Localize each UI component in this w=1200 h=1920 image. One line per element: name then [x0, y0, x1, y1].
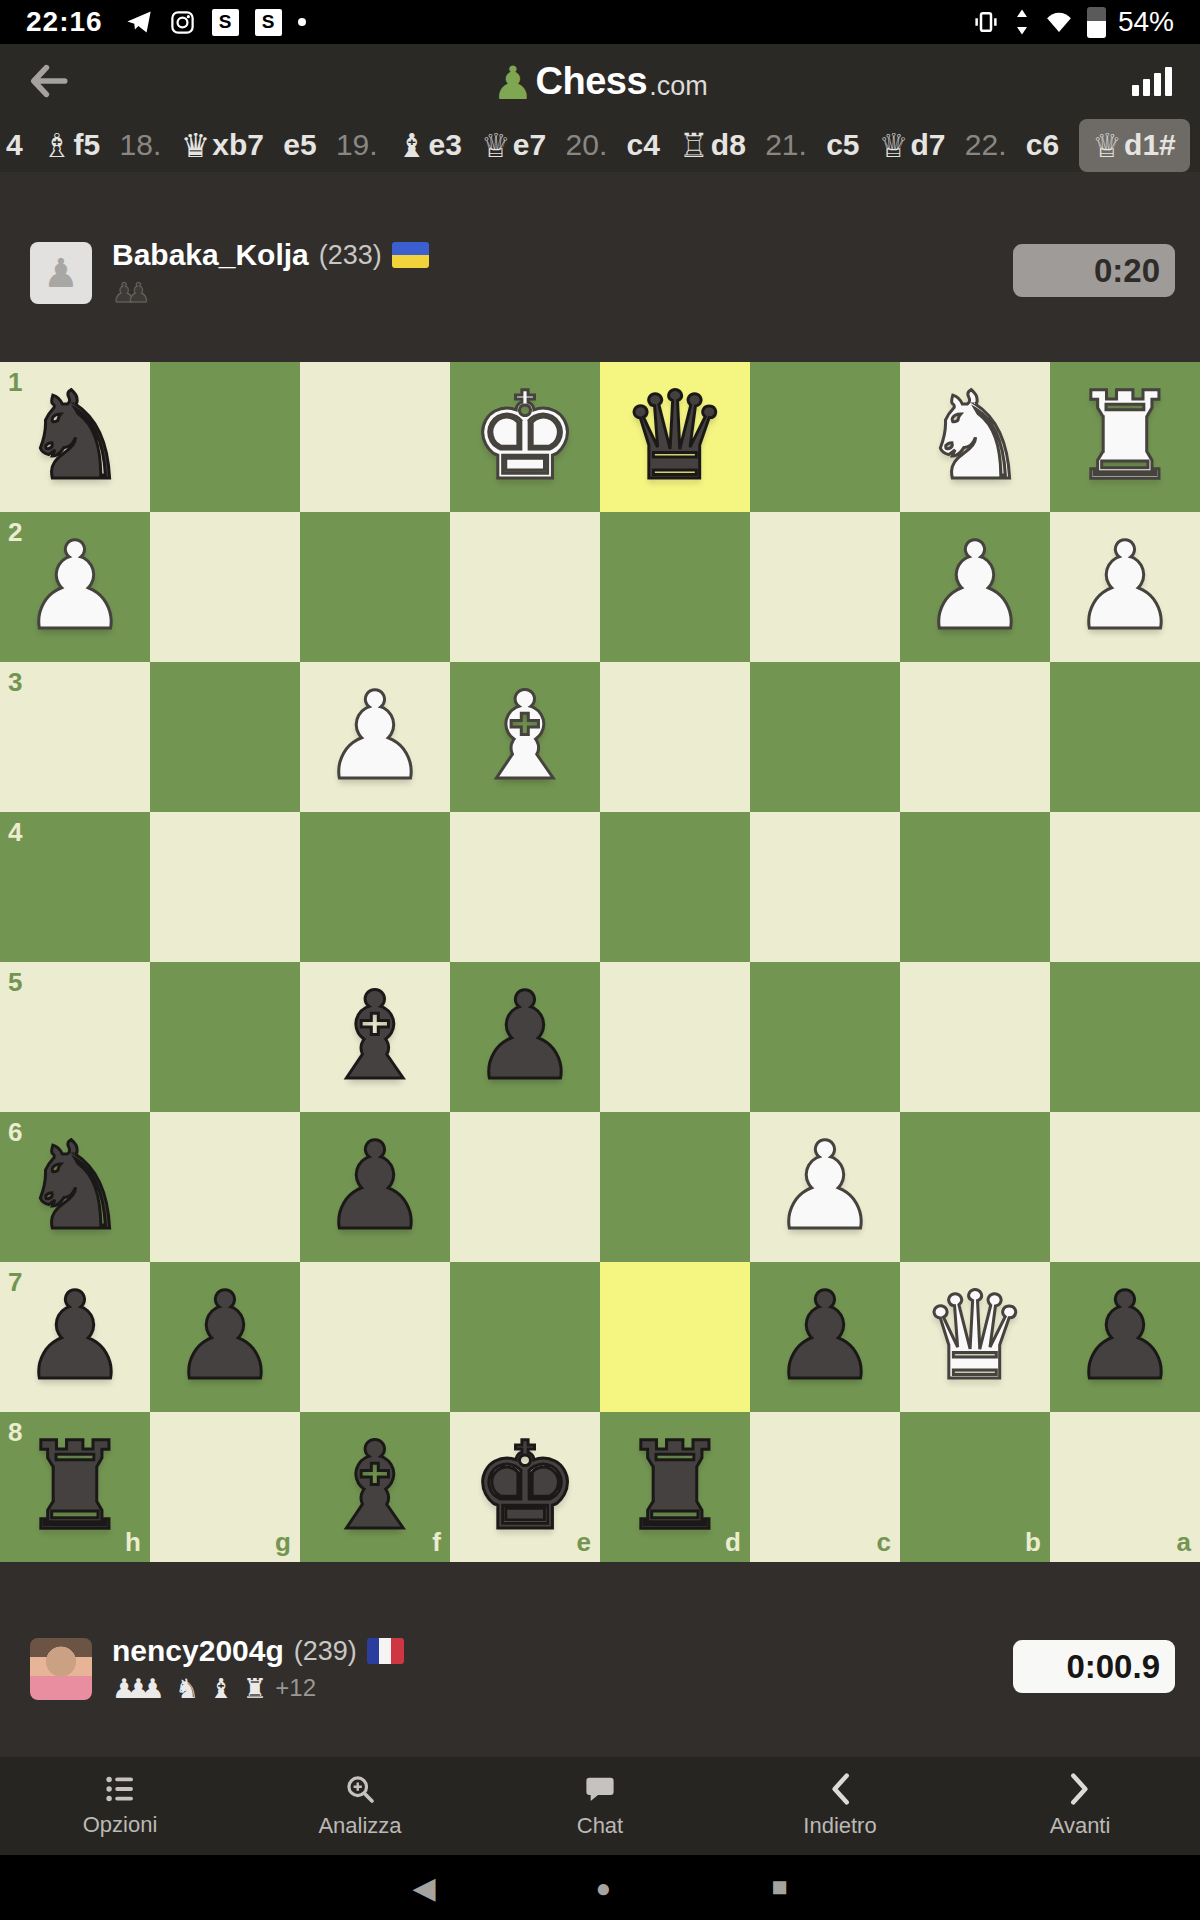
square-c4[interactable] — [750, 812, 900, 962]
square-e8[interactable]: e♚ — [450, 1412, 600, 1562]
move-number: 18. — [120, 128, 162, 162]
file-label: f — [432, 1527, 441, 1558]
square-e2[interactable] — [450, 512, 600, 662]
white-knight-b1: ♞ — [921, 362, 1029, 512]
square-g5[interactable] — [150, 962, 300, 1112]
square-f5[interactable]: ♝ — [300, 962, 450, 1112]
black-pawn-h7: ♟ — [21, 1262, 129, 1412]
player-rating: (239) — [294, 1636, 357, 1667]
move[interactable]: 4 — [6, 128, 23, 162]
square-e7[interactable] — [450, 1262, 600, 1412]
white-pawn-f3: ♟ — [321, 662, 429, 812]
square-g7[interactable]: ♟ — [150, 1262, 300, 1412]
move[interactable]: ♗f5 — [42, 126, 100, 165]
black-pawn-c7: ♟ — [771, 1262, 879, 1412]
captured-pawn-icon: ♟ — [140, 1673, 164, 1704]
captured-piece-icon: ♞ — [175, 1673, 199, 1704]
square-e3[interactable]: ♝ — [450, 662, 600, 812]
white-pawn-a2: ♟ — [1071, 512, 1179, 662]
options-list-icon — [103, 1774, 137, 1804]
square-b5[interactable] — [900, 962, 1050, 1112]
black-pawn-g7: ♟ — [171, 1262, 279, 1412]
move[interactable]: ♛xb7 — [181, 126, 264, 165]
file-label: b — [1025, 1527, 1041, 1558]
france-flag-icon — [367, 1638, 404, 1664]
android-recents-icon[interactable]: ■ — [771, 1874, 787, 1901]
rank-label: 6 — [8, 1117, 22, 1148]
square-h1[interactable]: 1♞ — [0, 362, 150, 512]
android-back-icon[interactable]: ◀ — [412, 1873, 435, 1903]
nav-options[interactable]: Opzioni — [0, 1757, 240, 1855]
file-label: d — [725, 1527, 741, 1558]
black-knight-h6: ♞ — [21, 1112, 129, 1262]
captured-pieces-bottom: ♟♟♟♞♝♜+12 — [112, 1673, 404, 1703]
default-avatar-pawn-icon: ♟ — [43, 250, 79, 296]
android-home-icon[interactable]: ● — [596, 1875, 612, 1901]
square-h7[interactable]: 7♟ — [0, 1262, 150, 1412]
nav-back-move[interactable]: Indietro — [720, 1757, 960, 1855]
move-number: 22. — [965, 128, 1007, 162]
android-nav-bar: ◀ ● ■ — [0, 1855, 1200, 1920]
file-label: h — [125, 1527, 141, 1558]
app-header: ♟ Chess .com — [0, 44, 1200, 118]
move[interactable]: ♕d7 — [879, 126, 946, 165]
telegram-icon — [125, 8, 153, 36]
white-pawn-b2: ♟ — [921, 512, 1029, 662]
ukraine-flag-icon — [392, 242, 429, 268]
square-d1[interactable]: ♛ — [600, 362, 750, 512]
player-top[interactable]: ♟ Babaka_Kolja (233) ♟♟ 0:20 — [0, 236, 1200, 328]
move[interactable]: ♝e3 — [397, 126, 462, 165]
square-a3[interactable] — [1050, 662, 1200, 812]
clock-bottom: 0:00.9 — [1013, 1640, 1175, 1693]
square-b4[interactable] — [900, 812, 1050, 962]
rank-label: 5 — [8, 967, 22, 998]
square-b1[interactable]: ♞ — [900, 362, 1050, 512]
square-h2[interactable]: 2♟ — [0, 512, 150, 662]
square-a5[interactable] — [1050, 962, 1200, 1112]
move[interactable]: c6 — [1026, 128, 1059, 162]
chevron-left-icon — [827, 1773, 853, 1805]
square-f3[interactable]: ♟ — [300, 662, 450, 812]
square-c7[interactable]: ♟ — [750, 1262, 900, 1412]
black-pawn-f6: ♟ — [321, 1112, 429, 1262]
square-a2[interactable]: ♟ — [1050, 512, 1200, 662]
square-c6[interactable]: ♟ — [750, 1112, 900, 1262]
square-g8[interactable]: g — [150, 1412, 300, 1562]
square-c1[interactable] — [750, 362, 900, 512]
black-pawn-e5: ♟ — [471, 962, 579, 1112]
vibrate-icon — [971, 7, 1001, 37]
move-selected[interactable]: ♕d1# — [1079, 119, 1190, 172]
white-pawn-h2: ♟ — [21, 512, 129, 662]
black-rook-h8: ♜ — [21, 1412, 129, 1562]
white-queen-b7: ♛ — [921, 1262, 1029, 1412]
black-rook-d8: ♜ — [621, 1412, 729, 1562]
square-f4[interactable] — [300, 812, 450, 962]
battery-icon — [1087, 7, 1106, 38]
square-e6[interactable] — [450, 1112, 600, 1262]
square-f1[interactable] — [300, 362, 450, 512]
square-g2[interactable] — [150, 512, 300, 662]
back-arrow-icon[interactable] — [28, 64, 68, 98]
captured-pawn-icon: ♟ — [126, 277, 150, 308]
square-f7[interactable] — [300, 1262, 450, 1412]
battery-percent: 54% — [1118, 6, 1174, 38]
square-h4[interactable]: 4 — [0, 812, 150, 962]
move-number: 20. — [566, 128, 608, 162]
player-rating: (233) — [319, 240, 382, 271]
material-advantage: +12 — [275, 1674, 316, 1702]
move-number: 21. — [765, 128, 807, 162]
status-bar: 22:16 S S 54% — [0, 0, 1200, 44]
square-h3[interactable]: 3 — [0, 662, 150, 812]
square-b6[interactable] — [900, 1112, 1050, 1262]
black-bishop-f8: ♝ — [321, 1412, 429, 1562]
square-h6[interactable]: 6♞ — [0, 1112, 150, 1262]
white-rook-a1: ♜ — [1071, 362, 1179, 512]
nav-forward-move[interactable]: Avanti — [960, 1757, 1200, 1855]
chess-board: 1♞♚♛♞♜2♟♟♟3♟♝45♝♟6♞♟♟7♟♟♟♛♟8h♜gf♝e♚d♜cba — [0, 362, 1200, 1562]
square-d8[interactable]: d♜ — [600, 1412, 750, 1562]
move[interactable]: ♖d8 — [679, 126, 746, 165]
player-bottom[interactable]: nency2004g (239) ♟♟♟♞♝♜+12 0:00.9 — [0, 1632, 1200, 1724]
black-king-e8: ♚ — [471, 1412, 579, 1562]
square-a1[interactable]: ♜ — [1050, 362, 1200, 512]
square-b8[interactable]: b — [900, 1412, 1050, 1562]
white-king-e1: ♚ — [471, 362, 579, 512]
analyze-magnifier-icon — [343, 1773, 377, 1805]
square-c8[interactable]: c — [750, 1412, 900, 1562]
square-h5[interactable]: 5 — [0, 962, 150, 1112]
move[interactable]: e5 — [283, 128, 316, 162]
file-label: a — [1177, 1527, 1191, 1558]
square-d6[interactable] — [600, 1112, 750, 1262]
square-a8[interactable]: a — [1050, 1412, 1200, 1562]
square-d3[interactable] — [600, 662, 750, 812]
square-g6[interactable] — [150, 1112, 300, 1262]
square-f2[interactable] — [300, 512, 450, 662]
rank-label: 2 — [8, 517, 22, 548]
square-h8[interactable]: 8h♜ — [0, 1412, 150, 1562]
square-b2[interactable]: ♟ — [900, 512, 1050, 662]
square-a4[interactable] — [1050, 812, 1200, 962]
square-d7[interactable] — [600, 1262, 750, 1412]
square-d2[interactable] — [600, 512, 750, 662]
square-b3[interactable] — [900, 662, 1050, 812]
rank-label: 8 — [8, 1417, 22, 1448]
square-b7[interactable]: ♛ — [900, 1262, 1050, 1412]
square-c2[interactable] — [750, 512, 900, 662]
square-c3[interactable] — [750, 662, 900, 812]
player-name[interactable]: Babaka_Kolja — [112, 238, 309, 272]
square-d4[interactable] — [600, 812, 750, 962]
connection-bars-icon[interactable] — [1132, 67, 1172, 96]
instagram-icon — [169, 9, 196, 36]
move-list: 4♗f518.♛xb7e519.♝e3♕e720.c4♖d821.c5♕d722… — [0, 118, 1200, 172]
nav-chat[interactable]: Indietro Chat — [480, 1757, 720, 1855]
captured-piece-icon: ♝ — [209, 1673, 233, 1704]
file-label: c — [877, 1527, 891, 1558]
chat-bubble-icon — [583, 1773, 617, 1805]
wifi-icon — [1043, 7, 1075, 37]
square-d5[interactable] — [600, 962, 750, 1112]
file-label: e — [577, 1527, 591, 1558]
rank-label: 4 — [8, 817, 22, 848]
clock-time: 22:16 — [26, 6, 103, 38]
clock-top: 0:20 — [1013, 244, 1175, 297]
nav-analyze[interactable]: Analizza — [240, 1757, 480, 1855]
square-f6[interactable]: ♟ — [300, 1112, 450, 1262]
s-app-badge-icon: S — [212, 9, 239, 36]
square-e4[interactable] — [450, 812, 600, 962]
notification-dot-icon — [298, 18, 306, 26]
logo-pawn-icon: ♟ — [492, 63, 533, 103]
move[interactable]: c5 — [826, 128, 859, 162]
network-arrows-icon — [1013, 7, 1031, 37]
square-g3[interactable] — [150, 662, 300, 812]
black-knight-h1: ♞ — [21, 362, 129, 512]
white-bishop-e3: ♝ — [471, 662, 579, 812]
square-g1[interactable] — [150, 362, 300, 512]
black-pawn-a7: ♟ — [1071, 1262, 1179, 1412]
avatar[interactable] — [30, 1638, 92, 1700]
chesscom-logo: ♟ Chess .com — [492, 60, 707, 103]
chevron-right-icon — [1067, 1773, 1093, 1805]
avatar[interactable]: ♟ — [30, 242, 92, 304]
move[interactable]: c4 — [627, 128, 660, 162]
file-label: g — [275, 1527, 291, 1558]
square-g4[interactable] — [150, 812, 300, 962]
square-c5[interactable] — [750, 962, 900, 1112]
square-a6[interactable] — [1050, 1112, 1200, 1262]
s-app-badge-icon: S — [255, 9, 282, 36]
square-e5[interactable]: ♟ — [450, 962, 600, 1112]
black-bishop-f5: ♝ — [321, 962, 429, 1112]
player-name[interactable]: nency2004g — [112, 1634, 284, 1668]
white-pawn-c6: ♟ — [771, 1112, 879, 1262]
square-f8[interactable]: f♝ — [300, 1412, 450, 1562]
move[interactable]: ♕e7 — [481, 126, 546, 165]
rank-label: 1 — [8, 367, 22, 398]
black-queen-d1: ♛ — [621, 362, 729, 512]
rank-label: 7 — [8, 1267, 22, 1298]
move-number: 19. — [336, 128, 378, 162]
square-a7[interactable]: ♟ — [1050, 1262, 1200, 1412]
captured-piece-icon: ♜ — [243, 1673, 267, 1704]
bottom-nav: Opzioni Analizza Indietro Chat Indietro … — [0, 1757, 1200, 1855]
rank-label: 3 — [8, 667, 22, 698]
square-e1[interactable]: ♚ — [450, 362, 600, 512]
captured-pieces-top: ♟♟ — [112, 277, 429, 307]
